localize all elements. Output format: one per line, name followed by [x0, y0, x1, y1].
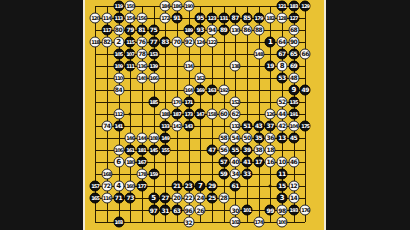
- black-stone-7[interactable]: 7: [195, 180, 206, 191]
- black-stone-25[interactable]: 25: [206, 192, 217, 203]
- white-stone-190[interactable]: 190: [183, 0, 194, 11]
- white-stone-22[interactable]: 22: [183, 192, 194, 203]
- star-point: [269, 184, 272, 187]
- black-stone-35[interactable]: 35: [253, 132, 264, 143]
- black-stone-65[interactable]: 65: [288, 48, 299, 59]
- black-stone-115[interactable]: 115: [125, 36, 136, 47]
- black-stone-141[interactable]: 141: [113, 120, 124, 131]
- white-stone-6[interactable]: 6: [113, 156, 124, 167]
- white-stone-60[interactable]: 60: [218, 108, 229, 119]
- black-stone-165[interactable]: 165: [90, 192, 101, 203]
- black-stone-61[interactable]: 61: [230, 180, 241, 191]
- white-stone-110[interactable]: 110: [113, 72, 124, 83]
- white-stone-94[interactable]: 94: [206, 24, 217, 35]
- white-stone-36[interactable]: 36: [265, 132, 276, 143]
- black-stone-173[interactable]: 173: [183, 108, 194, 119]
- black-stone-179[interactable]: 179: [253, 12, 264, 23]
- black-stone-169[interactable]: 169: [195, 84, 206, 95]
- white-stone-134[interactable]: 134: [183, 60, 194, 71]
- white-stone-96[interactable]: 96: [183, 205, 194, 216]
- black-stone-21[interactable]: 21: [171, 180, 182, 191]
- white-stone-178[interactable]: 178: [136, 168, 147, 179]
- black-stone-121[interactable]: 121: [276, 0, 287, 11]
- black-stone-71[interactable]: 71: [113, 192, 124, 203]
- white-stone-72[interactable]: 72: [101, 180, 112, 191]
- black-stone-101[interactable]: 101: [241, 205, 252, 216]
- white-stone-54[interactable]: 54: [230, 132, 241, 143]
- white-stone-138[interactable]: 138: [230, 60, 241, 71]
- white-stone-34[interactable]: 34: [230, 168, 241, 179]
- white-stone-158[interactable]: 158: [206, 108, 217, 119]
- white-stone-86[interactable]: 86: [241, 24, 252, 35]
- white-stone-164[interactable]: 164: [183, 84, 194, 95]
- black-stone-185[interactable]: 185: [148, 96, 159, 107]
- black-stone-91[interactable]: 91: [171, 12, 182, 23]
- black-stone-157[interactable]: 157: [90, 180, 101, 191]
- white-stone-42[interactable]: 42: [276, 120, 287, 131]
- white-stone-162[interactable]: 162: [195, 72, 206, 83]
- black-stone-77[interactable]: 77: [148, 36, 159, 47]
- black-stone-17[interactable]: 17: [253, 156, 264, 167]
- black-stone-63[interactable]: 63: [171, 205, 182, 216]
- white-stone-136[interactable]: 136: [136, 60, 147, 71]
- black-stone-33[interactable]: 33: [241, 168, 252, 179]
- white-stone-150[interactable]: 150: [125, 0, 136, 11]
- black-stone-19[interactable]: 19: [265, 60, 276, 71]
- white-stone-88[interactable]: 88: [253, 24, 264, 35]
- black-stone-147[interactable]: 147: [195, 108, 206, 119]
- white-stone-20[interactable]: 20: [171, 192, 182, 203]
- black-stone-9[interactable]: 9: [288, 84, 299, 95]
- black-stone-145[interactable]: 145: [148, 144, 159, 155]
- black-stone-117[interactable]: 117: [101, 24, 112, 35]
- white-stone-174[interactable]: 174: [253, 217, 264, 228]
- black-stone-191[interactable]: 191: [288, 108, 299, 119]
- white-stone-132[interactable]: 132: [230, 120, 241, 131]
- black-stone-93[interactable]: 93: [195, 24, 206, 35]
- white-stone-24[interactable]: 24: [195, 192, 206, 203]
- black-stone-27[interactable]: 27: [160, 192, 171, 203]
- black-stone-75[interactable]: 75: [148, 24, 159, 35]
- white-stone-140[interactable]: 140: [136, 72, 147, 83]
- white-stone-118[interactable]: 118: [90, 36, 101, 47]
- black-stone-53[interactable]: 53: [276, 72, 287, 83]
- white-stone-124[interactable]: 124: [195, 36, 206, 47]
- black-stone-155[interactable]: 155: [160, 144, 171, 155]
- white-stone-188[interactable]: 188: [160, 108, 171, 119]
- white-stone-26[interactable]: 26: [195, 205, 206, 216]
- white-stone-108[interactable]: 108: [148, 132, 159, 143]
- black-stone-161[interactable]: 161: [125, 144, 136, 155]
- white-stone-168[interactable]: 168: [101, 168, 112, 179]
- white-stone-156[interactable]: 156: [136, 12, 147, 23]
- white-stone-170[interactable]: 170: [171, 96, 182, 107]
- white-stone-4[interactable]: 4: [113, 180, 124, 191]
- screenshot-root: 1191501841861901211831291201141131541561…: [0, 0, 410, 230]
- white-stone-92[interactable]: 92: [183, 36, 194, 47]
- black-stone-67[interactable]: 67: [276, 48, 287, 59]
- grid-line-v: [305, 6, 306, 223]
- black-stone-123[interactable]: 123: [206, 12, 217, 23]
- black-stone-149[interactable]: 149: [160, 132, 171, 143]
- white-stone-44[interactable]: 44: [276, 108, 287, 119]
- white-stone-128[interactable]: 128: [276, 12, 287, 23]
- white-stone-116[interactable]: 116: [101, 192, 112, 203]
- white-stone-114[interactable]: 114: [101, 12, 112, 23]
- black-stone-109[interactable]: 109: [113, 60, 124, 71]
- black-stone-99[interactable]: 99: [265, 205, 276, 216]
- grid-line-v: [247, 6, 248, 223]
- black-stone-187[interactable]: 187: [171, 108, 182, 119]
- black-stone-59[interactable]: 59: [218, 168, 229, 179]
- grid-line-h: [95, 222, 305, 223]
- black-stone-113[interactable]: 113: [113, 12, 124, 23]
- black-stone-79[interactable]: 79: [125, 24, 136, 35]
- white-stone-16[interactable]: 16: [265, 156, 276, 167]
- white-stone-122[interactable]: 122: [206, 36, 217, 47]
- black-stone-39[interactable]: 39: [241, 144, 252, 155]
- black-stone-135[interactable]: 135: [288, 96, 299, 107]
- white-stone-70[interactable]: 70: [171, 36, 182, 47]
- black-stone-85[interactable]: 85: [241, 12, 252, 23]
- white-stone-130[interactable]: 130: [230, 24, 241, 35]
- white-stone-152[interactable]: 152: [230, 96, 241, 107]
- white-stone-106[interactable]: 106: [113, 144, 124, 155]
- white-stone-28[interactable]: 28: [218, 192, 229, 203]
- white-stone-78[interactable]: 78: [136, 48, 147, 59]
- white-stone-62[interactable]: 62: [230, 108, 241, 119]
- white-stone-146[interactable]: 146: [125, 132, 136, 143]
- white-stone-182[interactable]: 182: [265, 12, 276, 23]
- black-stone-51[interactable]: 51: [241, 120, 252, 131]
- black-stone-45[interactable]: 45: [288, 132, 299, 143]
- black-stone-129[interactable]: 129: [300, 0, 311, 11]
- black-stone-175[interactable]: 175: [300, 120, 311, 131]
- black-stone-69[interactable]: 69: [288, 60, 299, 71]
- white-stone-142[interactable]: 142: [171, 120, 182, 131]
- white-stone-48[interactable]: 48: [288, 72, 299, 83]
- white-stone-50[interactable]: 50: [241, 132, 252, 143]
- black-stone-81[interactable]: 81: [136, 24, 147, 35]
- white-stone-58[interactable]: 58: [218, 132, 229, 143]
- black-stone-103[interactable]: 103: [113, 217, 124, 228]
- white-stone-64[interactable]: 64: [276, 36, 287, 47]
- white-stone-126[interactable]: 126: [265, 108, 276, 119]
- white-stone-102[interactable]: 102: [230, 217, 241, 228]
- black-stone-15[interactable]: 15: [276, 180, 287, 191]
- black-stone-111[interactable]: 111: [125, 60, 136, 71]
- white-stone-82[interactable]: 82: [101, 36, 112, 47]
- white-stone-56[interactable]: 56: [218, 144, 229, 155]
- black-stone-49[interactable]: 49: [300, 84, 311, 95]
- white-stone-192[interactable]: 192: [218, 84, 229, 95]
- black-stone-193[interactable]: 193: [288, 205, 299, 216]
- white-stone-10[interactable]: 10: [276, 156, 287, 167]
- black-stone-29[interactable]: 29: [206, 180, 217, 191]
- grid-line-v: [259, 6, 260, 223]
- black-stone-177[interactable]: 177: [136, 180, 147, 191]
- black-stone-47[interactable]: 47: [206, 144, 217, 155]
- white-stone-172[interactable]: 172: [160, 12, 171, 23]
- black-stone-167[interactable]: 167: [136, 156, 147, 167]
- white-stone-176[interactable]: 176: [300, 205, 311, 216]
- white-stone-18[interactable]: 18: [265, 144, 276, 155]
- white-stone-184[interactable]: 184: [160, 0, 171, 11]
- black-stone-89[interactable]: 89: [218, 24, 229, 35]
- black-stone-159[interactable]: 159: [148, 168, 159, 179]
- black-stone-95[interactable]: 95: [195, 12, 206, 23]
- black-stone-139[interactable]: 139: [148, 60, 159, 71]
- black-stone-183[interactable]: 183: [288, 0, 299, 11]
- black-stone-43[interactable]: 43: [253, 120, 264, 131]
- white-stone-104[interactable]: 104: [288, 120, 299, 131]
- white-stone-166[interactable]: 166: [148, 72, 159, 83]
- black-stone-133[interactable]: 133: [160, 120, 171, 131]
- white-stone-30[interactable]: 30: [230, 205, 241, 216]
- white-stone-98[interactable]: 98: [276, 205, 287, 216]
- black-stone-189[interactable]: 189: [183, 24, 194, 35]
- white-stone-12[interactable]: 12: [288, 180, 299, 191]
- black-stone-41[interactable]: 41: [241, 156, 252, 167]
- black-stone-83[interactable]: 83: [160, 36, 171, 47]
- white-stone-148[interactable]: 148: [253, 48, 264, 59]
- black-stone-163[interactable]: 163: [206, 84, 217, 95]
- black-stone-87[interactable]: 87: [230, 12, 241, 23]
- black-stone-13[interactable]: 13: [276, 132, 287, 143]
- black-stone-143[interactable]: 143: [183, 120, 194, 131]
- white-stone-38[interactable]: 38: [253, 144, 264, 155]
- white-stone-8[interactable]: 8: [276, 60, 287, 71]
- black-stone-107[interactable]: 107: [125, 48, 136, 59]
- black-stone-181[interactable]: 181: [136, 144, 147, 155]
- black-stone-57[interactable]: 57: [218, 156, 229, 167]
- black-stone-105[interactable]: 105: [113, 48, 124, 59]
- white-stone-100[interactable]: 100: [276, 217, 287, 228]
- black-stone-5[interactable]: 5: [148, 192, 159, 203]
- white-stone-90[interactable]: 90: [288, 36, 299, 47]
- black-stone-37[interactable]: 37: [265, 120, 276, 131]
- black-stone-153[interactable]: 153: [148, 48, 159, 59]
- white-stone-40[interactable]: 40: [230, 156, 241, 167]
- white-stone-14[interactable]: 14: [288, 192, 299, 203]
- white-stone-2[interactable]: 2: [113, 36, 124, 47]
- white-stone-32[interactable]: 32: [183, 217, 194, 228]
- black-stone-31[interactable]: 31: [160, 205, 171, 216]
- white-stone-46[interactable]: 46: [288, 156, 299, 167]
- grid-line-h: [95, 174, 305, 175]
- black-stone-127[interactable]: 127: [288, 12, 299, 23]
- black-stone-3[interactable]: 3: [276, 192, 287, 203]
- go-board[interactable]: 1191501841861901211831291201141131541561…: [85, 0, 324, 230]
- black-stone-11[interactable]: 11: [276, 168, 287, 179]
- white-stone-84[interactable]: 84: [113, 84, 124, 95]
- white-stone-112[interactable]: 112: [113, 108, 124, 119]
- black-stone-73[interactable]: 73: [125, 192, 136, 203]
- white-stone-68[interactable]: 68: [288, 24, 299, 35]
- black-stone-131[interactable]: 131: [218, 12, 229, 23]
- white-stone-186[interactable]: 186: [171, 0, 182, 11]
- white-stone-80[interactable]: 80: [113, 24, 124, 35]
- white-stone-120[interactable]: 120: [90, 12, 101, 23]
- white-stone-66[interactable]: 66: [300, 48, 311, 59]
- star-point: [129, 112, 132, 115]
- black-stone-97[interactable]: 97: [148, 205, 159, 216]
- black-stone-1[interactable]: 1: [265, 36, 276, 47]
- white-stone-144[interactable]: 144: [136, 132, 147, 143]
- white-stone-52[interactable]: 52: [276, 96, 287, 107]
- white-stone-76[interactable]: 76: [136, 36, 147, 47]
- white-stone-154[interactable]: 154: [125, 12, 136, 23]
- black-stone-23[interactable]: 23: [183, 180, 194, 191]
- black-stone-171[interactable]: 171: [183, 96, 194, 107]
- white-stone-180[interactable]: 180: [125, 156, 136, 167]
- white-stone-74[interactable]: 74: [101, 120, 112, 131]
- black-stone-119[interactable]: 119: [113, 0, 124, 11]
- black-stone-55[interactable]: 55: [230, 144, 241, 155]
- white-stone-160[interactable]: 160: [125, 180, 136, 191]
